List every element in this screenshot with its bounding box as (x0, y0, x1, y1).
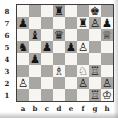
piece-black-rook[interactable]: ♜ (54, 5, 64, 17)
square-f7[interactable]: ♜ (77, 17, 89, 29)
square-a1[interactable] (17, 89, 29, 101)
square-c5[interactable]: ♟ (41, 41, 53, 53)
square-b2[interactable] (29, 77, 41, 89)
square-e3[interactable] (65, 65, 77, 77)
square-d8[interactable]: ♜ (53, 5, 65, 17)
square-a4[interactable] (17, 53, 29, 65)
square-a7[interactable]: ♟ (17, 17, 29, 29)
square-e2[interactable] (65, 77, 77, 89)
square-e1[interactable] (65, 89, 77, 101)
square-d2[interactable] (53, 77, 65, 89)
square-h6[interactable]: ♕ (101, 29, 113, 41)
piece-black-rook[interactable]: ♜ (78, 17, 88, 29)
piece-white-rook[interactable]: ♖ (90, 65, 100, 77)
rank-label-5: 5 (2, 41, 12, 53)
piece-white-bishop[interactable]: ♗ (54, 65, 64, 77)
square-b8[interactable] (29, 5, 41, 17)
rank-label-7: 7 (2, 17, 12, 29)
square-f2[interactable]: ♙ (77, 77, 89, 89)
square-b6[interactable]: ♝ (29, 29, 41, 41)
piece-white-pawn[interactable]: ♙ (18, 77, 28, 89)
square-e4[interactable] (65, 53, 77, 65)
rank-labels: 87654321 (2, 5, 12, 101)
rank-label-3: 3 (2, 65, 12, 77)
piece-white-rook[interactable]: ♖ (90, 89, 100, 101)
page-shadow-right (113, 0, 118, 118)
rank-label-4: 4 (2, 53, 12, 65)
piece-white-pawn[interactable]: ♙ (78, 41, 88, 53)
chess-board: ♜♚♟♜♙♟♝♛♕♞♟♟♙♟♗♘♖♙♙♙♖♔ (16, 4, 114, 102)
piece-white-king[interactable]: ♔ (102, 89, 112, 101)
piece-black-pawn[interactable]: ♟ (66, 41, 76, 53)
square-b4[interactable]: ♟ (29, 53, 41, 65)
rank-label-1: 1 (2, 89, 12, 101)
square-d1[interactable] (53, 89, 65, 101)
square-g1[interactable]: ♖ (89, 89, 101, 101)
square-d3[interactable]: ♗ (53, 65, 65, 77)
rank-label-8: 8 (2, 5, 12, 17)
square-f5[interactable]: ♙ (77, 41, 89, 53)
piece-white-queen[interactable]: ♕ (102, 29, 112, 41)
piece-black-pawn[interactable]: ♟ (18, 17, 28, 29)
piece-black-pawn[interactable]: ♟ (42, 41, 52, 53)
square-g5[interactable] (89, 41, 101, 53)
square-b1[interactable] (29, 89, 41, 101)
rank-label-2: 2 (2, 77, 12, 89)
square-g6[interactable] (89, 29, 101, 41)
square-e7[interactable] (65, 17, 77, 29)
square-a5[interactable]: ♞ (17, 41, 29, 53)
square-e8[interactable] (65, 5, 77, 17)
piece-black-knight[interactable]: ♞ (18, 41, 28, 53)
square-c2[interactable] (41, 77, 53, 89)
square-h4[interactable] (101, 53, 113, 65)
square-h5[interactable] (101, 41, 113, 53)
square-c8[interactable] (41, 5, 53, 17)
square-c1[interactable] (41, 89, 53, 101)
square-h1[interactable]: ♔ (101, 89, 113, 101)
piece-black-queen[interactable]: ♛ (54, 29, 64, 41)
rank-label-6: 6 (2, 29, 12, 41)
square-f1[interactable] (77, 89, 89, 101)
piece-white-pawn[interactable]: ♙ (78, 77, 88, 89)
page-shadow-bottom (0, 112, 118, 118)
piece-black-bishop[interactable]: ♝ (30, 29, 40, 41)
piece-white-pawn[interactable]: ♙ (90, 17, 100, 29)
square-g7[interactable]: ♙ (89, 17, 101, 29)
square-c3[interactable] (41, 65, 53, 77)
square-b3[interactable] (29, 65, 41, 77)
piece-black-pawn[interactable]: ♟ (30, 53, 40, 65)
square-a2[interactable]: ♙ (17, 77, 29, 89)
square-d6[interactable]: ♛ (53, 29, 65, 41)
square-c7[interactable] (41, 17, 53, 29)
square-c4[interactable] (41, 53, 53, 65)
board-grid: ♜♚♟♜♙♟♝♛♕♞♟♟♙♟♗♘♖♙♙♙♖♔ (17, 5, 113, 101)
square-e5[interactable]: ♟ (65, 41, 77, 53)
square-g3[interactable]: ♖ (89, 65, 101, 77)
square-d5[interactable] (53, 41, 65, 53)
